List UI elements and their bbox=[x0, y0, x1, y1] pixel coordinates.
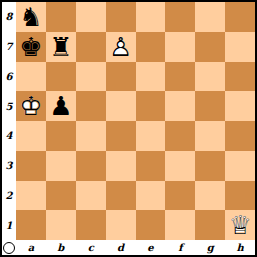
white-king-outline: ♔ bbox=[16, 91, 46, 121]
square-h5[interactable] bbox=[225, 91, 255, 121]
rank-label-1: 1 bbox=[2, 210, 16, 240]
file-label-f: f bbox=[165, 240, 195, 255]
white-queen-outline: ♕ bbox=[225, 210, 255, 240]
square-h6[interactable] bbox=[225, 62, 255, 92]
square-c3[interactable] bbox=[76, 151, 106, 181]
square-b3[interactable] bbox=[46, 151, 76, 181]
square-c7[interactable] bbox=[76, 32, 106, 62]
square-b1[interactable] bbox=[46, 210, 76, 240]
white-queen: ♛♕ bbox=[225, 210, 255, 240]
square-e2[interactable] bbox=[136, 181, 166, 211]
square-g3[interactable] bbox=[195, 151, 225, 181]
rank-labels: 87654321 bbox=[2, 2, 16, 240]
square-b8[interactable] bbox=[46, 2, 76, 32]
square-h1[interactable]: ♛♕ bbox=[225, 210, 255, 240]
square-d8[interactable] bbox=[106, 2, 136, 32]
square-e7[interactable] bbox=[136, 32, 166, 62]
square-a6[interactable] bbox=[16, 62, 46, 92]
square-c6[interactable] bbox=[76, 62, 106, 92]
square-b6[interactable] bbox=[46, 62, 76, 92]
file-label-e: e bbox=[136, 240, 166, 255]
square-e5[interactable] bbox=[136, 91, 166, 121]
square-b7[interactable]: ♜ bbox=[46, 32, 76, 62]
file-label-c: c bbox=[76, 240, 106, 255]
square-d3[interactable] bbox=[106, 151, 136, 181]
rank-label-2: 2 bbox=[2, 181, 16, 211]
square-e4[interactable] bbox=[136, 121, 166, 151]
square-e6[interactable] bbox=[136, 62, 166, 92]
turn-indicator-cell bbox=[2, 240, 16, 255]
white-to-move-indicator bbox=[3, 242, 15, 254]
chess-board: ♞♚♜♟♙♚♔♟♛♕ bbox=[16, 2, 255, 240]
square-c2[interactable] bbox=[76, 181, 106, 211]
square-g6[interactable] bbox=[195, 62, 225, 92]
square-e3[interactable] bbox=[136, 151, 166, 181]
rank-label-8: 8 bbox=[2, 2, 16, 32]
file-label-a: a bbox=[16, 240, 46, 255]
file-label-h: h bbox=[225, 240, 255, 255]
square-f6[interactable] bbox=[165, 62, 195, 92]
square-d4[interactable] bbox=[106, 121, 136, 151]
square-c1[interactable] bbox=[76, 210, 106, 240]
square-b4[interactable] bbox=[46, 121, 76, 151]
square-f1[interactable] bbox=[165, 210, 195, 240]
square-f4[interactable] bbox=[165, 121, 195, 151]
square-h2[interactable] bbox=[225, 181, 255, 211]
file-labels: abcdefgh bbox=[16, 240, 255, 255]
file-label-d: d bbox=[106, 240, 136, 255]
square-d2[interactable] bbox=[106, 181, 136, 211]
square-h7[interactable] bbox=[225, 32, 255, 62]
square-c4[interactable] bbox=[76, 121, 106, 151]
file-label-g: g bbox=[195, 240, 225, 255]
square-a3[interactable] bbox=[16, 151, 46, 181]
black-knight: ♞ bbox=[16, 2, 46, 32]
square-f3[interactable] bbox=[165, 151, 195, 181]
white-king: ♚♔ bbox=[16, 91, 46, 121]
white-pawn: ♟♙ bbox=[106, 32, 136, 62]
square-e8[interactable] bbox=[136, 2, 166, 32]
chess-diagram: 87654321 ♞♚♜♟♙♚♔♟♛♕ abcdefgh bbox=[0, 0, 257, 257]
square-a1[interactable] bbox=[16, 210, 46, 240]
square-h8[interactable] bbox=[225, 2, 255, 32]
square-f7[interactable] bbox=[165, 32, 195, 62]
square-f8[interactable] bbox=[165, 2, 195, 32]
square-c5[interactable] bbox=[76, 91, 106, 121]
white-pawn-outline: ♙ bbox=[106, 32, 136, 62]
square-b5[interactable]: ♟ bbox=[46, 91, 76, 121]
square-g4[interactable] bbox=[195, 121, 225, 151]
square-a4[interactable] bbox=[16, 121, 46, 151]
rank-label-3: 3 bbox=[2, 151, 16, 181]
square-h4[interactable] bbox=[225, 121, 255, 151]
square-b2[interactable] bbox=[46, 181, 76, 211]
square-g1[interactable] bbox=[195, 210, 225, 240]
square-g2[interactable] bbox=[195, 181, 225, 211]
square-d5[interactable] bbox=[106, 91, 136, 121]
rank-label-4: 4 bbox=[2, 121, 16, 151]
square-a8[interactable]: ♞ bbox=[16, 2, 46, 32]
square-d1[interactable] bbox=[106, 210, 136, 240]
square-a2[interactable] bbox=[16, 181, 46, 211]
square-d7[interactable]: ♟♙ bbox=[106, 32, 136, 62]
rank-label-5: 5 bbox=[2, 91, 16, 121]
square-h3[interactable] bbox=[225, 151, 255, 181]
square-a7[interactable]: ♚ bbox=[16, 32, 46, 62]
square-g8[interactable] bbox=[195, 2, 225, 32]
file-label-b: b bbox=[46, 240, 76, 255]
rank-label-6: 6 bbox=[2, 62, 16, 92]
rank-label-7: 7 bbox=[2, 32, 16, 62]
square-a5[interactable]: ♚♔ bbox=[16, 91, 46, 121]
square-g5[interactable] bbox=[195, 91, 225, 121]
square-f5[interactable] bbox=[165, 91, 195, 121]
square-d6[interactable] bbox=[106, 62, 136, 92]
square-c8[interactable] bbox=[76, 2, 106, 32]
black-pawn: ♟ bbox=[46, 91, 76, 121]
square-e1[interactable] bbox=[136, 210, 166, 240]
black-king: ♚ bbox=[16, 32, 46, 62]
square-g7[interactable] bbox=[195, 32, 225, 62]
black-rook: ♜ bbox=[46, 32, 76, 62]
square-f2[interactable] bbox=[165, 181, 195, 211]
